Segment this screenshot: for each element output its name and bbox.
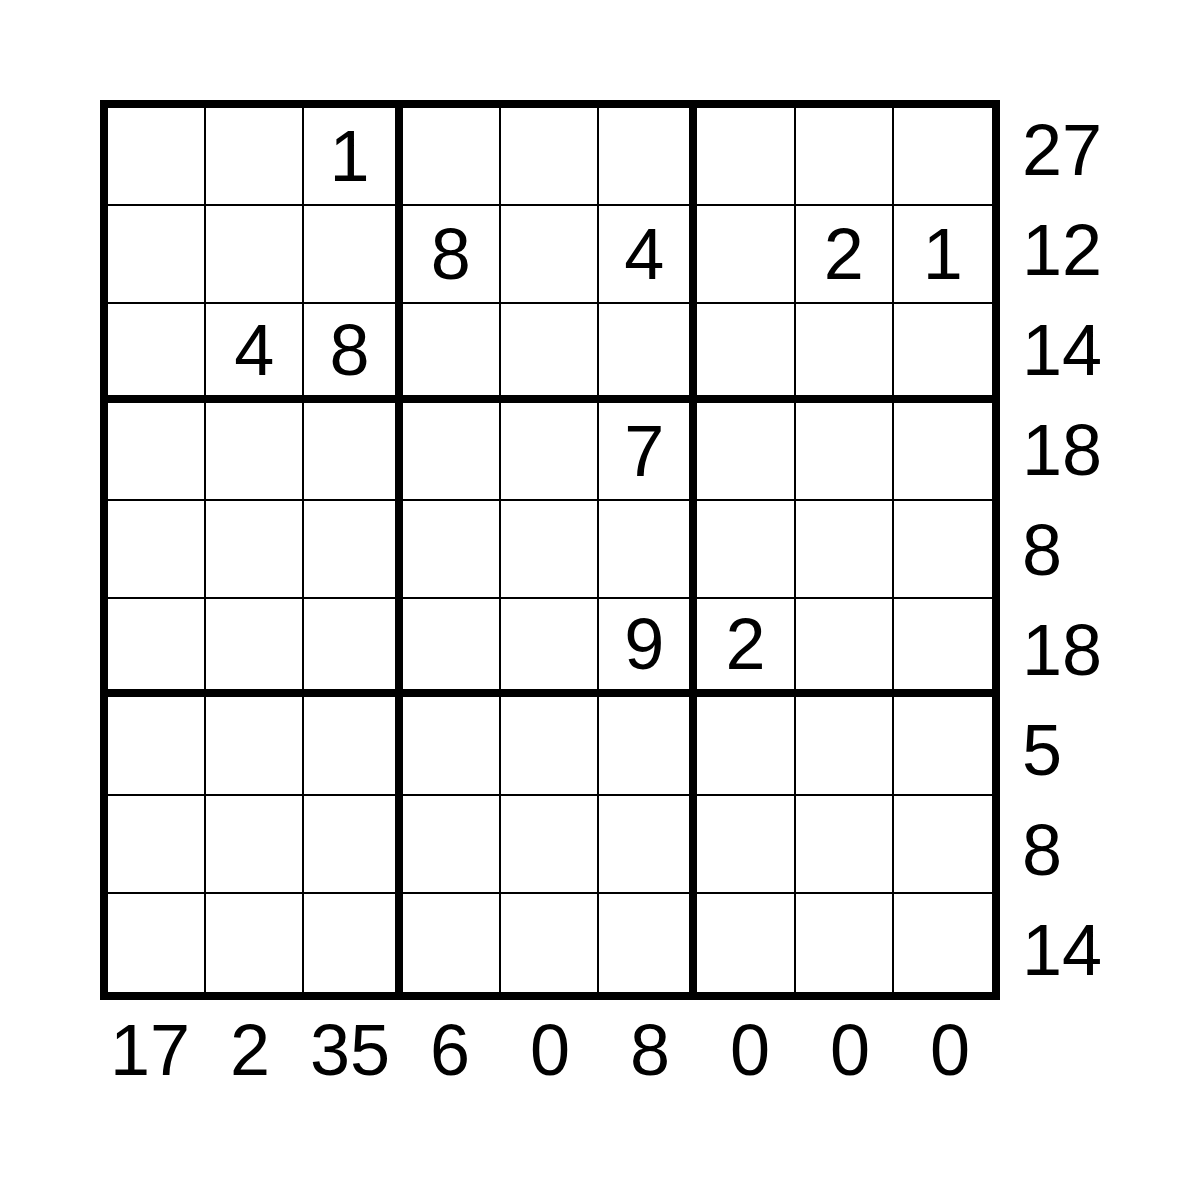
- cell-r1c6[interactable]: [599, 108, 697, 206]
- cell-r6c1[interactable]: [108, 599, 206, 697]
- cell-r2c8[interactable]: 2: [796, 206, 894, 304]
- cell-r4c3[interactable]: [304, 403, 402, 501]
- row-clue-3: 14: [1022, 300, 1192, 400]
- column-clue-7: 0: [700, 1002, 800, 1098]
- cell-r3c8[interactable]: [796, 304, 894, 402]
- cell-r9c6[interactable]: [599, 894, 697, 992]
- cell-r8c1[interactable]: [108, 796, 206, 894]
- cell-r3c2[interactable]: 4: [206, 304, 304, 402]
- cell-r4c2[interactable]: [206, 403, 304, 501]
- cell-r6c2[interactable]: [206, 599, 304, 697]
- cell-r6c6[interactable]: 9: [599, 599, 697, 697]
- sudoku-board: 1842148792: [100, 100, 1000, 1000]
- cell-r7c9[interactable]: [894, 697, 992, 795]
- cell-r7c2[interactable]: [206, 697, 304, 795]
- cell-r6c5[interactable]: [501, 599, 599, 697]
- cell-r8c7[interactable]: [697, 796, 795, 894]
- row-clue-4: 18: [1022, 400, 1192, 500]
- row-clue-1: 27: [1022, 100, 1192, 200]
- cell-r6c3[interactable]: [304, 599, 402, 697]
- cell-r5c7[interactable]: [697, 501, 795, 599]
- column-clue-9: 0: [900, 1002, 1000, 1098]
- cell-r4c5[interactable]: [501, 403, 599, 501]
- cell-r5c8[interactable]: [796, 501, 894, 599]
- row-clue-8: 8: [1022, 800, 1192, 900]
- cell-r2c9[interactable]: 1: [894, 206, 992, 304]
- row-clue-9: 14: [1022, 900, 1192, 1000]
- cell-r5c5[interactable]: [501, 501, 599, 599]
- cell-r4c8[interactable]: [796, 403, 894, 501]
- cell-r1c5[interactable]: [501, 108, 599, 206]
- cell-r2c2[interactable]: [206, 206, 304, 304]
- cell-r6c9[interactable]: [894, 599, 992, 697]
- cell-r4c7[interactable]: [697, 403, 795, 501]
- cell-r1c7[interactable]: [697, 108, 795, 206]
- cell-r5c4[interactable]: [403, 501, 501, 599]
- cell-r1c3[interactable]: 1: [304, 108, 402, 206]
- row-clue-column: 271214188185814: [1022, 100, 1192, 1000]
- cell-r3c6[interactable]: [599, 304, 697, 402]
- cell-r8c2[interactable]: [206, 796, 304, 894]
- cell-r1c1[interactable]: [108, 108, 206, 206]
- cell-r3c3[interactable]: 8: [304, 304, 402, 402]
- cell-r1c8[interactable]: [796, 108, 894, 206]
- column-clue-4: 6: [400, 1002, 500, 1098]
- column-clue-5: 0: [500, 1002, 600, 1098]
- cell-r1c4[interactable]: [403, 108, 501, 206]
- cell-r5c1[interactable]: [108, 501, 206, 599]
- cell-r7c6[interactable]: [599, 697, 697, 795]
- cell-r7c7[interactable]: [697, 697, 795, 795]
- cell-r8c4[interactable]: [403, 796, 501, 894]
- cell-r7c1[interactable]: [108, 697, 206, 795]
- cell-r1c9[interactable]: [894, 108, 992, 206]
- cell-r5c9[interactable]: [894, 501, 992, 599]
- cell-r1c2[interactable]: [206, 108, 304, 206]
- row-clue-2: 12: [1022, 200, 1192, 300]
- cell-r9c2[interactable]: [206, 894, 304, 992]
- cell-r9c9[interactable]: [894, 894, 992, 992]
- cell-r2c1[interactable]: [108, 206, 206, 304]
- cell-r6c4[interactable]: [403, 599, 501, 697]
- cell-r7c3[interactable]: [304, 697, 402, 795]
- cell-r7c4[interactable]: [403, 697, 501, 795]
- cell-r2c4[interactable]: 8: [403, 206, 501, 304]
- cell-r8c5[interactable]: [501, 796, 599, 894]
- column-clue-row: 17235608000: [100, 1002, 1000, 1098]
- cell-r7c8[interactable]: [796, 697, 894, 795]
- column-clue-3: 35: [300, 1002, 400, 1098]
- cell-r9c4[interactable]: [403, 894, 501, 992]
- cell-r8c9[interactable]: [894, 796, 992, 894]
- cell-r4c6[interactable]: 7: [599, 403, 697, 501]
- row-clue-7: 5: [1022, 700, 1192, 800]
- cell-r9c5[interactable]: [501, 894, 599, 992]
- cell-r5c3[interactable]: [304, 501, 402, 599]
- cell-r9c3[interactable]: [304, 894, 402, 992]
- cell-r2c7[interactable]: [697, 206, 795, 304]
- cell-r2c6[interactable]: 4: [599, 206, 697, 304]
- cell-r9c7[interactable]: [697, 894, 795, 992]
- row-clue-6: 18: [1022, 600, 1192, 700]
- cell-r9c1[interactable]: [108, 894, 206, 992]
- column-clue-6: 8: [600, 1002, 700, 1098]
- cell-r6c7[interactable]: 2: [697, 599, 795, 697]
- row-clue-5: 8: [1022, 500, 1192, 600]
- cell-r4c9[interactable]: [894, 403, 992, 501]
- cell-r9c8[interactable]: [796, 894, 894, 992]
- cell-r3c9[interactable]: [894, 304, 992, 402]
- column-clue-2: 2: [200, 1002, 300, 1098]
- cell-r4c4[interactable]: [403, 403, 501, 501]
- cell-r3c1[interactable]: [108, 304, 206, 402]
- cell-r7c5[interactable]: [501, 697, 599, 795]
- cell-r6c8[interactable]: [796, 599, 894, 697]
- cell-r5c6[interactable]: [599, 501, 697, 599]
- cell-r8c3[interactable]: [304, 796, 402, 894]
- cell-r4c1[interactable]: [108, 403, 206, 501]
- cell-r2c3[interactable]: [304, 206, 402, 304]
- column-clue-8: 0: [800, 1002, 900, 1098]
- cell-r3c5[interactable]: [501, 304, 599, 402]
- cell-r5c2[interactable]: [206, 501, 304, 599]
- cell-r3c4[interactable]: [403, 304, 501, 402]
- cell-r8c6[interactable]: [599, 796, 697, 894]
- cell-r8c8[interactable]: [796, 796, 894, 894]
- puzzle-page: 1842148792 271214188185814 17235608000: [0, 0, 1200, 1200]
- column-clue-1: 17: [100, 1002, 200, 1098]
- cell-r2c5[interactable]: [501, 206, 599, 304]
- cell-r3c7[interactable]: [697, 304, 795, 402]
